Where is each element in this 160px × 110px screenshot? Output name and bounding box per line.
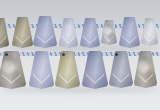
facet-chevron-highlight [33, 74, 50, 84]
bead-strand-photo [0, 0, 160, 110]
drill-hole [62, 53, 65, 56]
facet-chevron-highlight [113, 73, 129, 83]
bottom-strand [0, 0, 160, 110]
facet-chevron-highlight [86, 74, 104, 84]
bead-khaki [55, 51, 80, 89]
drill-hole [5, 53, 8, 56]
facet-chevron-highlight [59, 74, 76, 84]
bead-smoky-khaki [134, 51, 157, 88]
bead-smoky-grey [0, 51, 26, 89]
bead-grey-periwinkle [109, 51, 133, 88]
bead-inclusions [0, 51, 26, 89]
bead-light-periwinkle [29, 51, 54, 89]
drill-hole [115, 53, 118, 56]
bead-periwinkle-blue [82, 51, 108, 89]
